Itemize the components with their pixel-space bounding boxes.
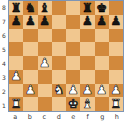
- chess-board[interactable]: ♜♞♝♜♚♟♟♟♟♟♟♟♟♟♞♟♟♟♟♜♚♝♜: [8, 0, 124, 112]
- piece-white-pawn[interactable]: ♟: [11, 70, 22, 83]
- piece-white-pawn[interactable]: ♟: [96, 84, 107, 97]
- rank-label-1: 1: [0, 98, 8, 112]
- rank-label-4: 4: [0, 56, 8, 70]
- piece-black-bishop[interactable]: ♝: [39, 1, 50, 14]
- square-a5[interactable]: [9, 42, 23, 56]
- file-label-row: abcdefgh: [0, 112, 124, 123]
- piece-black-pawn[interactable]: ♟: [82, 15, 93, 28]
- square-e8[interactable]: [66, 1, 80, 15]
- square-c5[interactable]: [38, 42, 52, 56]
- square-f1[interactable]: ♝: [80, 97, 94, 111]
- square-c3[interactable]: [38, 70, 52, 84]
- square-g3[interactable]: [95, 70, 109, 84]
- file-label-g: g: [95, 112, 110, 123]
- square-g5[interactable]: [95, 42, 109, 56]
- square-b2[interactable]: ♟: [23, 84, 37, 98]
- square-e4[interactable]: [66, 56, 80, 70]
- rank-label-8: 8: [0, 0, 8, 14]
- file-label-b: b: [23, 112, 38, 123]
- square-b1[interactable]: [23, 97, 37, 111]
- piece-white-pawn[interactable]: ♟: [25, 84, 36, 97]
- file-label-a: a: [8, 112, 23, 123]
- square-a1[interactable]: ♜: [9, 97, 23, 111]
- square-d1[interactable]: [52, 97, 66, 111]
- square-h1[interactable]: ♜: [109, 97, 123, 111]
- piece-black-pawn[interactable]: ♟: [110, 15, 121, 28]
- piece-white-pawn[interactable]: ♟: [82, 84, 93, 97]
- square-b6[interactable]: [23, 29, 37, 43]
- square-g2[interactable]: ♟: [95, 84, 109, 98]
- piece-white-king[interactable]: ♚: [68, 97, 79, 110]
- square-d6[interactable]: [52, 29, 66, 43]
- piece-black-rook[interactable]: ♜: [11, 1, 22, 14]
- square-b4[interactable]: [23, 56, 37, 70]
- square-d5[interactable]: [52, 42, 66, 56]
- square-f6[interactable]: [80, 29, 94, 43]
- piece-white-rook[interactable]: ♜: [110, 97, 121, 110]
- rank-label-2: 2: [0, 84, 8, 98]
- square-e3[interactable]: [66, 70, 80, 84]
- square-g8[interactable]: ♚: [95, 1, 109, 15]
- square-g4[interactable]: [95, 56, 109, 70]
- rank-label-6: 6: [0, 28, 8, 42]
- piece-white-bishop[interactable]: ♝: [82, 97, 93, 110]
- piece-black-pawn[interactable]: ♟: [25, 15, 36, 28]
- corner-spacer: [0, 112, 8, 123]
- square-b5[interactable]: [23, 42, 37, 56]
- square-a8[interactable]: ♜: [9, 1, 23, 15]
- square-e1[interactable]: ♚: [66, 97, 80, 111]
- square-e5[interactable]: [66, 42, 80, 56]
- square-d2[interactable]: ♞: [52, 84, 66, 98]
- square-d7[interactable]: [52, 15, 66, 29]
- piece-black-pawn[interactable]: ♟: [39, 15, 50, 28]
- chess-board-widget: 87654321 ♜♞♝♜♚♟♟♟♟♟♟♟♟♟♞♟♟♟♟♜♚♝♜ abcdefg…: [0, 0, 124, 123]
- piece-black-rook[interactable]: ♜: [82, 1, 93, 14]
- rank-labels: 87654321: [0, 0, 8, 112]
- square-f2[interactable]: ♟: [80, 84, 94, 98]
- square-h2[interactable]: ♟: [109, 84, 123, 98]
- square-h5[interactable]: [109, 42, 123, 56]
- square-a6[interactable]: [9, 29, 23, 43]
- square-h8[interactable]: [109, 1, 123, 15]
- square-g6[interactable]: [95, 29, 109, 43]
- square-g7[interactable]: ♟: [95, 15, 109, 29]
- square-b7[interactable]: ♟: [23, 15, 37, 29]
- rank-label-5: 5: [0, 42, 8, 56]
- square-a7[interactable]: ♟: [9, 15, 23, 29]
- square-h3[interactable]: [109, 70, 123, 84]
- square-f3[interactable]: [80, 70, 94, 84]
- file-label-d: d: [52, 112, 67, 123]
- piece-white-rook[interactable]: ♜: [11, 97, 22, 110]
- square-c8[interactable]: ♝: [38, 1, 52, 15]
- square-a2[interactable]: [9, 84, 23, 98]
- square-g1[interactable]: [95, 97, 109, 111]
- square-c1[interactable]: [38, 97, 52, 111]
- square-e7[interactable]: [66, 15, 80, 29]
- square-f5[interactable]: [80, 42, 94, 56]
- square-c2[interactable]: [38, 84, 52, 98]
- board-area: 87654321 ♜♞♝♜♚♟♟♟♟♟♟♟♟♟♞♟♟♟♟♜♚♝♜: [0, 0, 124, 112]
- file-label-e: e: [66, 112, 81, 123]
- piece-white-pawn[interactable]: ♟: [68, 84, 79, 97]
- square-c6[interactable]: [38, 29, 52, 43]
- piece-black-king[interactable]: ♚: [96, 1, 107, 14]
- piece-black-pawn[interactable]: ♟: [96, 15, 107, 28]
- piece-white-pawn[interactable]: ♟: [39, 56, 50, 69]
- square-a4[interactable]: [9, 56, 23, 70]
- square-e6[interactable]: [66, 29, 80, 43]
- rank-label-3: 3: [0, 70, 8, 84]
- square-d8[interactable]: [52, 1, 66, 15]
- file-label-f: f: [81, 112, 96, 123]
- square-f7[interactable]: ♟: [80, 15, 94, 29]
- square-h4[interactable]: [109, 56, 123, 70]
- square-d4[interactable]: [52, 56, 66, 70]
- square-f4[interactable]: [80, 56, 94, 70]
- piece-black-knight[interactable]: ♞: [25, 1, 36, 14]
- square-f8[interactable]: ♜: [80, 1, 94, 15]
- square-b8[interactable]: ♞: [23, 1, 37, 15]
- square-h6[interactable]: [109, 29, 123, 43]
- piece-white-pawn[interactable]: ♟: [110, 84, 121, 97]
- square-a3[interactable]: ♟: [9, 70, 23, 84]
- file-label-h: h: [110, 112, 125, 123]
- square-d3[interactable]: [52, 70, 66, 84]
- square-h7[interactable]: ♟: [109, 15, 123, 29]
- file-labels: abcdefgh: [8, 112, 124, 123]
- square-c4[interactable]: ♟: [38, 56, 52, 70]
- square-c7[interactable]: ♟: [38, 15, 52, 29]
- square-b3[interactable]: [23, 70, 37, 84]
- square-e2[interactable]: ♟: [66, 84, 80, 98]
- file-label-c: c: [37, 112, 52, 123]
- piece-black-pawn[interactable]: ♟: [11, 15, 22, 28]
- rank-label-7: 7: [0, 14, 8, 28]
- piece-white-knight[interactable]: ♞: [53, 84, 64, 97]
